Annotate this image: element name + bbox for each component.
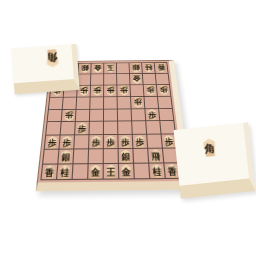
piece-sente-n[interactable]: 桂 xyxy=(58,165,72,179)
board-cell[interactable]: 歩 xyxy=(62,109,77,122)
board-cell[interactable]: 歩 xyxy=(157,85,172,97)
board-cell[interactable]: 銀 xyxy=(78,64,91,75)
board-cell[interactable] xyxy=(104,109,118,122)
board-cell[interactable]: 歩 xyxy=(89,135,104,149)
board-cell[interactable]: 王 xyxy=(104,164,120,180)
board-cell[interactable]: 香 xyxy=(41,165,58,181)
board-cell[interactable]: 銀 xyxy=(129,63,142,74)
board-cell[interactable]: 香 xyxy=(155,63,169,74)
piece-gote-p[interactable]: 歩 xyxy=(91,86,103,96)
board-cell[interactable] xyxy=(63,97,77,109)
piece-sente-p[interactable]: 歩 xyxy=(45,136,59,148)
piece-sente-p[interactable]: 歩 xyxy=(104,136,117,148)
board-cell[interactable]: 銀 xyxy=(119,149,134,164)
piece-gote-p[interactable]: 歩 xyxy=(105,86,117,96)
board-cell[interactable] xyxy=(117,63,130,74)
board-cell[interactable]: 桂 xyxy=(149,164,166,180)
board-cell[interactable]: 飛 xyxy=(148,149,164,164)
board-cell[interactable]: 歩 xyxy=(144,85,158,97)
board-cell[interactable] xyxy=(134,164,150,180)
board-cell[interactable] xyxy=(104,149,119,164)
piece-gote-p[interactable]: 歩 xyxy=(157,85,169,95)
board-cell[interactable] xyxy=(146,121,161,135)
board-cell[interactable]: 歩 xyxy=(104,135,119,149)
board-cell[interactable] xyxy=(78,74,92,85)
board-cell[interactable] xyxy=(158,96,173,108)
board-cell[interactable]: 銀 xyxy=(58,150,74,165)
board-cell[interactable]: 歩 xyxy=(59,136,75,150)
board-cell[interactable]: 歩 xyxy=(133,135,148,149)
board-cell[interactable] xyxy=(132,109,147,122)
piece-sente-p[interactable]: 歩 xyxy=(119,135,132,147)
piece-gote-p[interactable]: 歩 xyxy=(62,110,75,121)
board-cell[interactable] xyxy=(73,164,89,180)
board-cell[interactable] xyxy=(76,109,90,122)
board-cell[interactable]: 歩 xyxy=(75,122,90,136)
piece-sente-n[interactable]: 桂 xyxy=(150,164,164,178)
komadai-gote: 角 xyxy=(11,44,79,94)
board-cell[interactable] xyxy=(143,74,157,85)
board-cell[interactable] xyxy=(74,135,89,149)
board-cell[interactable] xyxy=(104,74,117,85)
board-cell[interactable] xyxy=(118,97,132,109)
piece-gote-p[interactable]: 歩 xyxy=(78,86,90,96)
piece-sente-g[interactable]: 金 xyxy=(120,164,134,178)
board-cell[interactable] xyxy=(48,110,63,123)
board-cell[interactable] xyxy=(147,135,163,149)
piece-gote-k[interactable]: 玉 xyxy=(105,64,116,73)
piece-sente-r[interactable]: 飛 xyxy=(149,149,163,162)
captured-piece-gote-bishop[interactable]: 角 xyxy=(44,49,61,68)
board-cell[interactable]: 金 xyxy=(88,164,104,180)
piece-sente-g[interactable]: 金 xyxy=(89,165,102,179)
piece-sente-l[interactable]: 香 xyxy=(42,165,56,179)
captured-piece-sente-bishop[interactable]: 角 xyxy=(201,138,219,158)
piece-sente-k[interactable]: 王 xyxy=(104,164,117,178)
board-cell[interactable] xyxy=(49,97,64,109)
board-cell[interactable] xyxy=(90,97,104,109)
piece-sente-s[interactable]: 銀 xyxy=(119,150,132,163)
piece-gote-g[interactable]: 金 xyxy=(92,64,103,73)
board-cell[interactable] xyxy=(46,122,62,136)
piece-gote-n[interactable]: 桂 xyxy=(143,63,155,72)
piece-gote-s[interactable]: 銀 xyxy=(79,64,90,73)
board-cell[interactable]: 歩 xyxy=(145,109,160,122)
board-cell[interactable] xyxy=(61,122,76,136)
board-cell[interactable]: 歩 xyxy=(118,135,133,149)
board-cell[interactable] xyxy=(76,97,90,109)
board-cell[interactable] xyxy=(132,122,147,136)
piece-sente-p[interactable]: 歩 xyxy=(90,136,103,148)
shogi-set-photo: 香桂銀金玉銀桂香飛金歩歩歩歩歩歩歩歩歩歩歩歩歩歩歩歩歩歩銀銀飛香桂金王金桂香 角… xyxy=(0,0,256,256)
piece-sente-p[interactable]: 歩 xyxy=(146,109,159,120)
board-cell[interactable] xyxy=(73,150,89,165)
board-cell[interactable] xyxy=(159,109,174,122)
board-cell[interactable] xyxy=(156,74,170,85)
piece-gote-s[interactable]: 銀 xyxy=(130,63,141,72)
piece-gote-p[interactable]: 歩 xyxy=(132,97,144,108)
board-cell[interactable]: 桂 xyxy=(142,63,156,74)
piece-sente-p[interactable]: 歩 xyxy=(133,135,146,147)
board-cell[interactable]: 金 xyxy=(91,63,104,74)
komadai-sente: 角 xyxy=(174,122,256,198)
board-cell[interactable] xyxy=(89,122,103,136)
board-cell[interactable]: 歩 xyxy=(131,97,145,109)
board-cell[interactable]: 歩 xyxy=(117,85,131,97)
board-cell[interactable]: 歩 xyxy=(91,85,105,97)
board-cell[interactable] xyxy=(91,74,104,85)
board-cell[interactable] xyxy=(104,122,118,136)
piece-sente-p[interactable]: 歩 xyxy=(76,122,89,134)
board-cell[interactable]: 金 xyxy=(119,164,135,180)
board-cell[interactable]: 歩 xyxy=(104,85,117,97)
piece-sente-s[interactable]: 銀 xyxy=(59,150,73,163)
piece-sente-p[interactable]: 歩 xyxy=(60,136,73,148)
board-cell[interactable] xyxy=(90,109,104,122)
piece-gote-p[interactable]: 歩 xyxy=(118,85,130,95)
board-cell[interactable]: 金 xyxy=(130,74,144,85)
board-cell[interactable] xyxy=(89,149,104,164)
board-cell[interactable] xyxy=(117,74,130,85)
board-cell[interactable] xyxy=(43,150,59,165)
piece-gote-g[interactable]: 金 xyxy=(130,74,142,84)
board-cell[interactable]: 歩 xyxy=(45,136,61,150)
board-cell[interactable]: 玉 xyxy=(104,63,117,74)
board-cell[interactable] xyxy=(118,109,132,122)
board-cell[interactable] xyxy=(130,85,144,97)
piece-gote-l[interactable]: 香 xyxy=(155,63,167,72)
board-cell[interactable]: 桂 xyxy=(57,164,73,180)
board-cell[interactable] xyxy=(104,97,118,109)
board-cell[interactable] xyxy=(118,122,133,136)
board-cell[interactable] xyxy=(144,96,159,108)
piece-gote-p[interactable]: 歩 xyxy=(144,85,156,95)
board-cell[interactable] xyxy=(133,149,149,164)
